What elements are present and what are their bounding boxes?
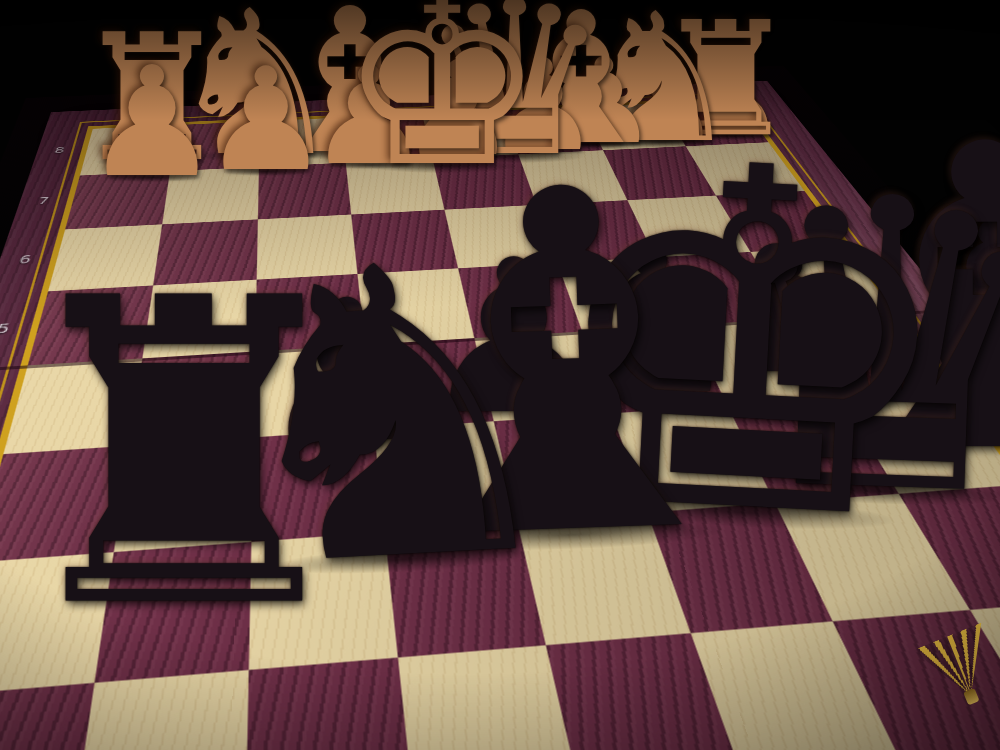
piece-white-pawn-a7[interactable]: ♟	[76, 47, 228, 199]
chess-photo-stage: 87654321 ABCDE ♟♜♟♞♟♝♟♝♛♞♟♜♟♚♟♟♟♟♟♟♟♝♛♚♝…	[0, 0, 1000, 750]
piece-black-rook-a1[interactable]: ♜	[0, 245, 394, 665]
